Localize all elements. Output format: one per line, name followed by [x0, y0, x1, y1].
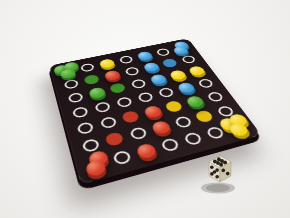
piece-red[interactable] — [134, 142, 157, 160]
home-spot-yellow — [164, 100, 184, 113]
home-spot-red — [121, 110, 140, 124]
track-ring — [130, 78, 147, 89]
track-ring — [173, 115, 192, 128]
track-ring — [157, 87, 175, 98]
home-spot-green — [83, 74, 100, 85]
track-ring — [76, 121, 94, 135]
piece-blue[interactable] — [149, 73, 168, 85]
track-ring — [180, 55, 196, 64]
piece-yellow[interactable] — [227, 122, 251, 138]
track-ring — [67, 92, 83, 104]
track-ring — [182, 131, 202, 146]
die-graphic — [198, 148, 242, 196]
track-ring — [115, 96, 132, 108]
piece-green[interactable] — [184, 95, 205, 109]
piece-red[interactable] — [142, 104, 163, 118]
track-ring — [159, 137, 179, 152]
track-ring — [93, 101, 110, 113]
track-ring — [205, 91, 224, 103]
die[interactable] — [198, 148, 242, 196]
piece-yellow[interactable] — [168, 69, 187, 81]
home-spot-yellow — [194, 109, 215, 123]
track-ring — [99, 116, 117, 129]
piece-red[interactable] — [103, 70, 121, 82]
track-ring — [79, 63, 94, 73]
track-ring — [71, 106, 88, 119]
track-ring — [124, 66, 140, 76]
track-ring — [118, 55, 133, 64]
piece-red[interactable] — [150, 120, 172, 136]
photo-scene — [0, 0, 290, 218]
piece-yellow[interactable] — [187, 65, 206, 76]
track-ring — [128, 126, 147, 140]
home-spot-blue — [161, 58, 178, 68]
home-spot-red — [104, 131, 124, 147]
track-ring — [155, 48, 171, 57]
track-ring — [196, 78, 214, 89]
piece-blue[interactable] — [176, 81, 196, 94]
track-ring — [136, 91, 154, 103]
home-spot-green — [109, 82, 127, 94]
piece-blue[interactable] — [136, 51, 154, 61]
piece-blue[interactable] — [142, 62, 160, 73]
piece-green[interactable] — [87, 86, 106, 99]
track-ring — [111, 149, 131, 165]
track-ring — [63, 79, 79, 90]
